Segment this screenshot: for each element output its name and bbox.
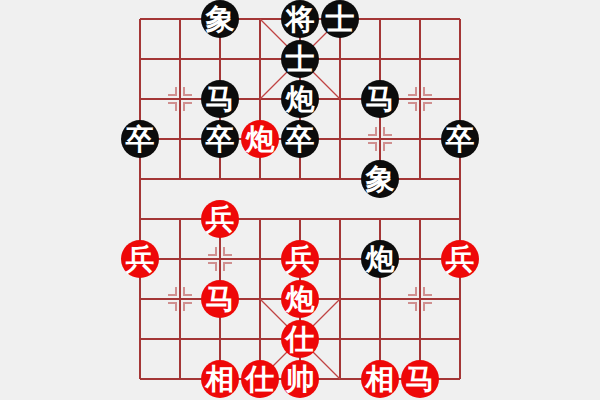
- piece-red-soldier[interactable]: 兵: [121, 240, 159, 278]
- piece-red-soldier[interactable]: 兵: [441, 240, 479, 278]
- piece-black-advisor[interactable]: 士: [281, 40, 319, 78]
- piece-red-soldier[interactable]: 兵: [281, 240, 319, 278]
- piece-black-soldier[interactable]: 卒: [201, 120, 239, 158]
- piece-black-cannon[interactable]: 炮: [361, 240, 399, 278]
- piece-red-horse[interactable]: 马: [201, 280, 239, 318]
- piece-red-advisor[interactable]: 仕: [281, 320, 319, 358]
- piece-black-elephant[interactable]: 象: [201, 0, 239, 38]
- piece-red-elephant[interactable]: 相: [201, 360, 239, 398]
- piece-red-cannon[interactable]: 炮: [241, 120, 279, 158]
- piece-red-horse[interactable]: 马: [401, 360, 439, 398]
- piece-black-advisor[interactable]: 士: [321, 0, 359, 38]
- piece-black-horse[interactable]: 马: [201, 80, 239, 118]
- piece-black-elephant[interactable]: 象: [361, 160, 399, 198]
- piece-black-soldier[interactable]: 卒: [121, 120, 159, 158]
- piece-black-general[interactable]: 将: [281, 0, 319, 38]
- xiangqi-board-stage: 象将士士马炮马卒卒炮卒卒象兵兵兵炮兵马炮仕相仕帅相马: [0, 0, 600, 400]
- piece-red-general[interactable]: 帅: [281, 360, 319, 398]
- xiangqi-board[interactable]: 象将士士马炮马卒卒炮卒卒象兵兵兵炮兵马炮仕相仕帅相马: [0, 0, 600, 400]
- piece-red-cannon[interactable]: 炮: [281, 280, 319, 318]
- piece-black-horse[interactable]: 马: [361, 80, 399, 118]
- piece-red-soldier[interactable]: 兵: [201, 200, 239, 238]
- piece-black-soldier[interactable]: 卒: [441, 120, 479, 158]
- piece-red-advisor[interactable]: 仕: [241, 360, 279, 398]
- piece-black-soldier[interactable]: 卒: [281, 120, 319, 158]
- piece-black-cannon[interactable]: 炮: [281, 80, 319, 118]
- piece-red-elephant[interactable]: 相: [361, 360, 399, 398]
